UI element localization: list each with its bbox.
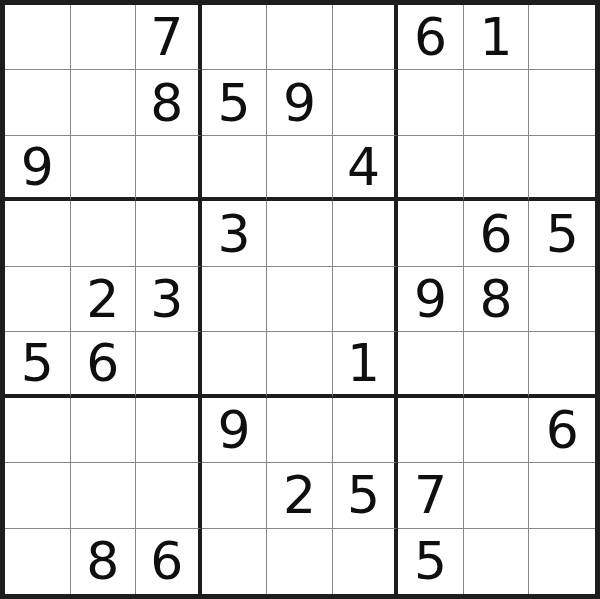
cell-r9c2-given-8[interactable]: 8 bbox=[71, 529, 137, 594]
cell-r5c8-given-8[interactable]: 8 bbox=[464, 267, 530, 332]
cell-r3c8[interactable] bbox=[464, 136, 530, 201]
cell-r7c6[interactable] bbox=[333, 398, 399, 463]
cell-r4c4-given-3[interactable]: 3 bbox=[202, 201, 268, 266]
cell-r5c5[interactable] bbox=[267, 267, 333, 332]
cell-r7c4-given-9[interactable]: 9 bbox=[202, 398, 268, 463]
cell-r2c5-given-9[interactable]: 9 bbox=[267, 70, 333, 135]
cell-r4c2[interactable] bbox=[71, 201, 137, 266]
cell-r6c9[interactable] bbox=[529, 332, 595, 397]
cell-r2c7[interactable] bbox=[398, 70, 464, 135]
cell-r8c1[interactable] bbox=[5, 463, 71, 528]
cell-r9c8[interactable] bbox=[464, 529, 530, 594]
cell-r1c2[interactable] bbox=[71, 5, 137, 70]
cell-r9c6[interactable] bbox=[333, 529, 399, 594]
cell-r8c5-given-2[interactable]: 2 bbox=[267, 463, 333, 528]
cell-r5c9[interactable] bbox=[529, 267, 595, 332]
cell-r3c7[interactable] bbox=[398, 136, 464, 201]
cell-r9c4[interactable] bbox=[202, 529, 268, 594]
cell-r4c8-given-6[interactable]: 6 bbox=[464, 201, 530, 266]
cell-r3c6-given-4[interactable]: 4 bbox=[333, 136, 399, 201]
cell-r7c9-given-6[interactable]: 6 bbox=[529, 398, 595, 463]
cell-r9c9[interactable] bbox=[529, 529, 595, 594]
cell-r2c4-given-5[interactable]: 5 bbox=[202, 70, 268, 135]
cell-r8c6-given-5[interactable]: 5 bbox=[333, 463, 399, 528]
cell-r7c2[interactable] bbox=[71, 398, 137, 463]
cell-r3c9[interactable] bbox=[529, 136, 595, 201]
cell-r1c3-given-7[interactable]: 7 bbox=[136, 5, 202, 70]
cell-r7c3[interactable] bbox=[136, 398, 202, 463]
cell-r1c6[interactable] bbox=[333, 5, 399, 70]
cell-r6c7[interactable] bbox=[398, 332, 464, 397]
cell-r3c4[interactable] bbox=[202, 136, 268, 201]
cell-r3c1-given-9[interactable]: 9 bbox=[5, 136, 71, 201]
cell-r1c8-given-1[interactable]: 1 bbox=[464, 5, 530, 70]
cell-r5c7-given-9[interactable]: 9 bbox=[398, 267, 464, 332]
cell-r9c7-given-5[interactable]: 5 bbox=[398, 529, 464, 594]
cell-r6c4[interactable] bbox=[202, 332, 268, 397]
cell-r4c9-given-5[interactable]: 5 bbox=[529, 201, 595, 266]
cell-r1c7-given-6[interactable]: 6 bbox=[398, 5, 464, 70]
cell-r8c7-given-7[interactable]: 7 bbox=[398, 463, 464, 528]
cell-r4c5[interactable] bbox=[267, 201, 333, 266]
cell-r6c2-given-6[interactable]: 6 bbox=[71, 332, 137, 397]
cell-r1c5[interactable] bbox=[267, 5, 333, 70]
cell-r7c8[interactable] bbox=[464, 398, 530, 463]
cell-r6c6-given-1[interactable]: 1 bbox=[333, 332, 399, 397]
cell-r8c3[interactable] bbox=[136, 463, 202, 528]
cell-r8c8[interactable] bbox=[464, 463, 530, 528]
cell-r5c4[interactable] bbox=[202, 267, 268, 332]
cell-r6c5[interactable] bbox=[267, 332, 333, 397]
cell-r3c5[interactable] bbox=[267, 136, 333, 201]
cell-r7c1[interactable] bbox=[5, 398, 71, 463]
cell-r4c3[interactable] bbox=[136, 201, 202, 266]
cell-r9c3-given-6[interactable]: 6 bbox=[136, 529, 202, 594]
cell-r8c4[interactable] bbox=[202, 463, 268, 528]
cell-r8c9[interactable] bbox=[529, 463, 595, 528]
cell-r3c3[interactable] bbox=[136, 136, 202, 201]
cell-r3c2[interactable] bbox=[71, 136, 137, 201]
cell-r7c5[interactable] bbox=[267, 398, 333, 463]
cell-r5c3-given-3[interactable]: 3 bbox=[136, 267, 202, 332]
cell-r2c3-given-8[interactable]: 8 bbox=[136, 70, 202, 135]
cell-r5c6[interactable] bbox=[333, 267, 399, 332]
cell-r1c4[interactable] bbox=[202, 5, 268, 70]
cell-r1c1[interactable] bbox=[5, 5, 71, 70]
cell-r4c7[interactable] bbox=[398, 201, 464, 266]
cell-r5c2-given-2[interactable]: 2 bbox=[71, 267, 137, 332]
cell-r2c6[interactable] bbox=[333, 70, 399, 135]
cell-r9c5[interactable] bbox=[267, 529, 333, 594]
cell-r5c1[interactable] bbox=[5, 267, 71, 332]
cell-r6c3[interactable] bbox=[136, 332, 202, 397]
cell-r4c6[interactable] bbox=[333, 201, 399, 266]
cell-r2c9[interactable] bbox=[529, 70, 595, 135]
cell-r9c1[interactable] bbox=[5, 529, 71, 594]
cell-r2c2[interactable] bbox=[71, 70, 137, 135]
cell-r2c8[interactable] bbox=[464, 70, 530, 135]
cell-r8c2[interactable] bbox=[71, 463, 137, 528]
cell-r6c1-given-5[interactable]: 5 bbox=[5, 332, 71, 397]
cell-r1c9[interactable] bbox=[529, 5, 595, 70]
cell-r4c1[interactable] bbox=[5, 201, 71, 266]
cell-r6c8[interactable] bbox=[464, 332, 530, 397]
cell-r7c7[interactable] bbox=[398, 398, 464, 463]
sudoku-board: 76185994365239856196257865 bbox=[0, 0, 600, 599]
cell-r2c1[interactable] bbox=[5, 70, 71, 135]
